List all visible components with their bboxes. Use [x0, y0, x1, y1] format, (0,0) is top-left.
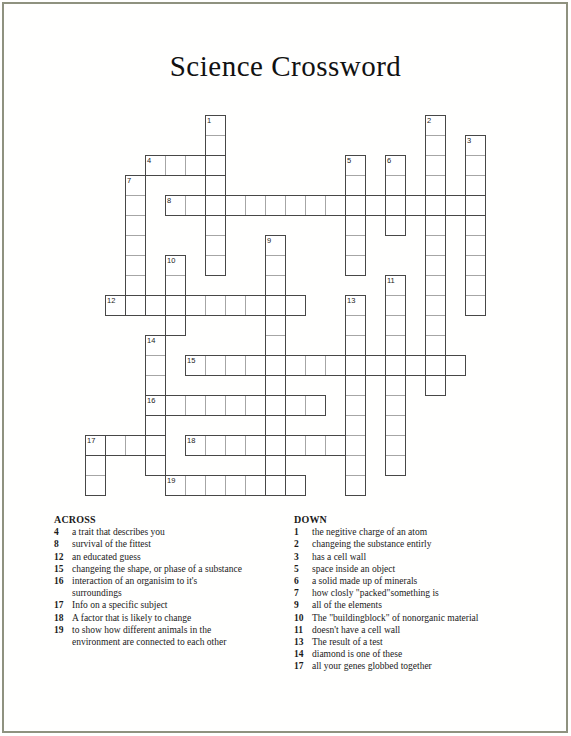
clue-number: 19 [54, 624, 72, 648]
clue-across-17: 17Info on a specific subject [54, 599, 296, 611]
grid-cell[interactable] [405, 195, 426, 216]
crossword-grid: 12345678910111213141516171819 [85, 115, 486, 496]
grid-cell[interactable] [385, 175, 406, 196]
grid-cell[interactable] [305, 355, 326, 376]
grid-cell[interactable] [165, 315, 186, 336]
grid-cell[interactable] [425, 295, 446, 316]
clue-text: changeing the shape, or phase of a subst… [72, 563, 296, 575]
grid-cell[interactable] [225, 295, 246, 316]
clue-text: an educated guess [72, 551, 296, 563]
grid-cell[interactable] [125, 195, 146, 216]
grid-cell[interactable] [205, 475, 226, 496]
clue-number: 2 [294, 538, 312, 550]
grid-cell[interactable] [145, 295, 166, 316]
grid-cell[interactable] [345, 395, 366, 416]
grid-cell[interactable] [165, 275, 186, 296]
grid-cell[interactable] [185, 395, 206, 416]
clue-text: The result of a test [312, 636, 538, 648]
grid-cell[interactable] [165, 195, 186, 216]
grid-cell[interactable] [425, 175, 446, 196]
clue-across-12: 12an educated guess [54, 551, 296, 563]
clue-across-8: 8survival of the fittest [54, 538, 296, 550]
grid-cell[interactable] [245, 395, 266, 416]
grid-cell[interactable] [265, 335, 286, 356]
grid-cell[interactable] [425, 235, 446, 256]
grid-cell[interactable] [125, 235, 146, 256]
grid-cell[interactable] [385, 375, 406, 396]
grid-cell[interactable] [285, 355, 306, 376]
clue-text: Info on a specific subject [72, 599, 296, 611]
clue-down-1: 1the negitive charge of an atom [294, 526, 538, 538]
grid-cell[interactable] [125, 435, 146, 456]
across-clue-list: 4a trait that describes you8survival of … [54, 526, 296, 648]
grid-cell[interactable] [385, 215, 406, 236]
grid-cell[interactable] [325, 355, 346, 376]
grid-cell[interactable] [225, 435, 246, 456]
grid-cell[interactable] [145, 335, 166, 356]
clue-down-11: 11doesn't have a cell wall [294, 624, 538, 636]
grid-cell[interactable] [445, 195, 466, 216]
clue-text: doesn't have a cell wall [312, 624, 538, 636]
grid-cell[interactable] [185, 475, 206, 496]
grid-cell[interactable] [425, 115, 446, 136]
clue-number: 15 [54, 563, 72, 575]
clue-number: 11 [294, 624, 312, 636]
grid-cell[interactable] [425, 315, 446, 336]
clue-number: 12 [54, 551, 72, 563]
grid-cell[interactable] [425, 135, 446, 156]
grid-cell[interactable] [125, 295, 146, 316]
grid-cell[interactable] [425, 215, 446, 236]
clue-text: the negitive charge of an atom [312, 526, 538, 538]
page-title: Science Crossword [0, 50, 571, 83]
grid-cell[interactable] [345, 435, 366, 456]
clue-text: a solid made up of minerals [312, 575, 538, 587]
clue-number: 4 [54, 526, 72, 538]
grid-cell[interactable] [85, 475, 106, 496]
worksheet-page: Science Crossword 1234567891011121314151… [0, 0, 571, 736]
grid-cell[interactable] [425, 355, 446, 376]
grid-cell[interactable] [265, 295, 286, 316]
clue-down-10: 10The "buildingblock" of nonorganic mate… [294, 612, 538, 624]
grid-cell[interactable] [205, 215, 226, 236]
grid-cell[interactable] [205, 295, 226, 316]
grid-cell[interactable] [105, 435, 126, 456]
grid-cell[interactable] [305, 395, 326, 416]
grid-cell[interactable] [245, 295, 266, 316]
grid-cell[interactable] [165, 255, 186, 276]
grid-cell[interactable] [285, 295, 306, 316]
clue-number: 5 [294, 563, 312, 575]
grid-cell[interactable] [85, 435, 106, 456]
grid-cell[interactable] [465, 215, 486, 236]
clue-text: space inside an object [312, 563, 538, 575]
down-clue-list: 1the negitive charge of an atom2changein… [294, 526, 538, 672]
grid-cell[interactable] [265, 235, 286, 256]
clue-number: 10 [294, 612, 312, 624]
clue-text: has a cell wall [312, 551, 538, 563]
across-clues-section: ACROSS 4a trait that describes you8survi… [54, 514, 296, 648]
grid-cell[interactable] [245, 195, 266, 216]
grid-cell[interactable] [105, 295, 126, 316]
grid-cell[interactable] [145, 355, 166, 376]
grid-cell[interactable] [265, 415, 286, 436]
grid-cell[interactable] [345, 375, 366, 396]
grid-cell[interactable] [285, 395, 306, 416]
grid-cell[interactable] [265, 475, 286, 496]
clue-down-13: 13The result of a test [294, 636, 538, 648]
clue-number: 1 [294, 526, 312, 538]
grid-cell[interactable] [145, 455, 166, 476]
grid-cell[interactable] [265, 395, 286, 416]
grid-cell[interactable] [325, 435, 346, 456]
grid-cell[interactable] [345, 215, 366, 236]
grid-cell[interactable] [245, 355, 266, 376]
grid-cell[interactable] [345, 175, 366, 196]
grid-cell[interactable] [245, 435, 266, 456]
grid-cell[interactable] [425, 275, 446, 296]
down-clues-section: DOWN 1the negitive charge of an atom2cha… [294, 514, 538, 673]
grid-cell[interactable] [165, 475, 186, 496]
clue-down-6: 6a solid made up of minerals [294, 575, 538, 587]
clue-down-3: 3has a cell wall [294, 551, 538, 563]
clue-text: to show how different animals in the env… [72, 624, 296, 648]
grid-cell[interactable] [205, 155, 226, 176]
clue-number: 3 [294, 551, 312, 563]
grid-cell[interactable] [125, 175, 146, 196]
grid-cell[interactable] [145, 375, 166, 396]
grid-cell[interactable] [145, 435, 166, 456]
grid-cell[interactable] [345, 295, 366, 316]
grid-cell[interactable] [205, 435, 226, 456]
clue-down-5: 5space inside an object [294, 563, 538, 575]
grid-cell[interactable] [345, 235, 366, 256]
clue-down-7: 7how closly "packed"something is [294, 587, 538, 599]
grid-cell[interactable] [265, 375, 286, 396]
clue-down-14: 14diamond is one of these [294, 648, 538, 660]
grid-cell[interactable] [125, 255, 146, 276]
grid-cell[interactable] [265, 315, 286, 336]
grid-cell[interactable] [465, 235, 486, 256]
grid-cell[interactable] [205, 355, 226, 376]
grid-cell[interactable] [425, 335, 446, 356]
grid-cell[interactable] [345, 355, 366, 376]
grid-cell[interactable] [385, 335, 406, 356]
grid-cell[interactable] [265, 255, 286, 276]
grid-cell[interactable] [325, 195, 346, 216]
grid-cell[interactable] [465, 255, 486, 276]
clue-number: 8 [54, 538, 72, 550]
clue-number: 17 [294, 660, 312, 672]
grid-cell[interactable] [425, 155, 446, 176]
grid-cell[interactable] [385, 275, 406, 296]
clue-down-17: 17all your genes globbed together [294, 660, 538, 672]
clue-text: a trait that describes you [72, 526, 296, 538]
grid-cell[interactable] [145, 415, 166, 436]
grid-cell[interactable] [285, 195, 306, 216]
clue-text: A factor that is likely to change [72, 612, 296, 624]
grid-cell[interactable] [365, 355, 386, 376]
grid-cell[interactable] [345, 255, 366, 276]
grid-cell[interactable] [185, 195, 206, 216]
grid-cell[interactable] [385, 455, 406, 476]
grid-cell[interactable] [165, 155, 186, 176]
grid-cell[interactable] [185, 355, 206, 376]
grid-cell[interactable] [205, 135, 226, 156]
grid-cell[interactable] [405, 355, 426, 376]
grid-cell[interactable] [205, 195, 226, 216]
grid-cell[interactable] [265, 355, 286, 376]
grid-cell[interactable] [185, 155, 206, 176]
clue-number: 7 [294, 587, 312, 599]
grid-cell[interactable] [345, 195, 366, 216]
clue-across-4: 4a trait that describes you [54, 526, 296, 538]
grid-cell[interactable] [285, 475, 306, 496]
grid-cell[interactable] [385, 195, 406, 216]
grid-cell[interactable] [385, 355, 406, 376]
grid-cell[interactable] [465, 275, 486, 296]
down-header: DOWN [294, 514, 538, 526]
grid-cell[interactable] [385, 435, 406, 456]
grid-cell[interactable] [345, 155, 366, 176]
grid-cell[interactable] [445, 355, 466, 376]
grid-cell[interactable] [465, 175, 486, 196]
grid-cell[interactable] [85, 455, 106, 476]
clue-across-16: 16interaction of an organisim to it's su… [54, 575, 296, 599]
grid-cell[interactable] [465, 295, 486, 316]
clue-text: survival of the fittest [72, 538, 296, 550]
grid-cell[interactable] [265, 455, 286, 476]
grid-cell[interactable] [305, 195, 326, 216]
clue-number: 14 [294, 648, 312, 660]
grid-cell[interactable] [205, 235, 226, 256]
across-header: ACROSS [54, 514, 296, 526]
clue-across-19: 19to show how different animals in the e… [54, 624, 296, 648]
grid-cell[interactable] [385, 315, 406, 336]
grid-cell[interactable] [205, 395, 226, 416]
clue-text: all your genes globbed together [312, 660, 538, 672]
grid-cell[interactable] [165, 295, 186, 316]
clue-number: 9 [294, 599, 312, 611]
clue-across-18: 18A factor that is likely to change [54, 612, 296, 624]
grid-cell[interactable] [145, 155, 166, 176]
grid-cell[interactable] [345, 455, 366, 476]
grid-cell[interactable] [285, 435, 306, 456]
grid-cell[interactable] [385, 415, 406, 436]
grid-cell[interactable] [225, 355, 246, 376]
grid-cell[interactable] [225, 395, 246, 416]
grid-cell[interactable] [265, 275, 286, 296]
grid-cell[interactable] [265, 435, 286, 456]
grid-cell[interactable] [385, 155, 406, 176]
grid-cell[interactable] [425, 375, 446, 396]
clue-text: interaction of an organisim to it's surr… [72, 575, 296, 599]
clue-down-2: 2changeing the substance entirly [294, 538, 538, 550]
clue-number: 6 [294, 575, 312, 587]
grid-cell[interactable] [245, 475, 266, 496]
grid-cell[interactable] [265, 195, 286, 216]
grid-cell[interactable] [205, 115, 226, 136]
clue-number: 18 [54, 612, 72, 624]
grid-cell[interactable] [345, 335, 366, 356]
grid-cell[interactable] [385, 295, 406, 316]
grid-cell[interactable] [185, 295, 206, 316]
clue-text: diamond is one of these [312, 648, 538, 660]
grid-cell[interactable] [345, 315, 366, 336]
clue-number: 16 [54, 575, 72, 599]
grid-cell[interactable] [385, 395, 406, 416]
clue-text: The "buildingblock" of nonorganic materi… [312, 612, 538, 624]
grid-cell[interactable] [345, 475, 366, 496]
clue-across-15: 15changeing the shape, or phase of a sub… [54, 563, 296, 575]
grid-cell[interactable] [465, 135, 486, 156]
grid-cell[interactable] [345, 415, 366, 436]
grid-cell[interactable] [145, 395, 166, 416]
grid-cell[interactable] [225, 475, 246, 496]
clue-down-9: 9all of the elements [294, 599, 538, 611]
grid-cell[interactable] [125, 275, 146, 296]
grid-cell[interactable] [185, 435, 206, 456]
grid-cell[interactable] [165, 395, 186, 416]
grid-cell[interactable] [465, 155, 486, 176]
grid-cell[interactable] [205, 175, 226, 196]
grid-cell[interactable] [465, 195, 486, 216]
grid-cell[interactable] [205, 255, 226, 276]
grid-cell[interactable] [365, 195, 386, 216]
grid-cell[interactable] [425, 255, 446, 276]
clue-text: how closly "packed"something is [312, 587, 538, 599]
grid-cell[interactable] [305, 435, 326, 456]
grid-cell[interactable] [225, 195, 246, 216]
grid-cell[interactable] [125, 215, 146, 236]
clue-number: 13 [294, 636, 312, 648]
clue-text: changeing the substance entirly [312, 538, 538, 550]
grid-cell[interactable] [425, 195, 446, 216]
clue-number: 17 [54, 599, 72, 611]
clue-text: all of the elements [312, 599, 538, 611]
